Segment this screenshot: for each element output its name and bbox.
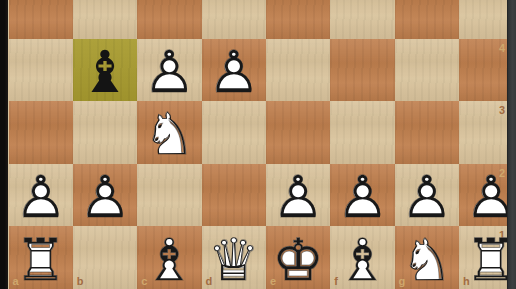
square-c2[interactable] [137,164,202,227]
square-e5[interactable] [266,0,331,39]
piece-black-bishop-b4[interactable]: ♝ [73,39,137,102]
piece-white-pawn-a2[interactable]: ♟♙ [9,164,73,227]
coord-rank-4: 4 [491,42,505,54]
white-queen-outline-icon: ♕ [208,230,260,288]
piece-white-knight-c3[interactable]: ♞♘ [137,101,201,164]
square-b3[interactable] [73,101,138,164]
white-knight-outline-icon: ♘ [401,230,453,288]
white-rook-outline-icon: ♖ [15,230,67,288]
black-bishop-icon: ♝ [79,43,131,101]
window-left-black-bar [0,0,8,289]
piece-white-pawn-d4[interactable]: ♟♙ [202,39,266,102]
square-a5[interactable] [9,0,74,39]
square-g4[interactable] [395,39,460,102]
chess-board[interactable]: abcdefgh54321♝♟♙♟♙♞♘♟♙♟♙♟♙♟♙♟♙♟♙♜♖♝♗♛♕♚♔… [0,0,516,289]
white-bishop-outline-icon: ♗ [336,230,388,288]
piece-white-king-e1[interactable]: ♚♔ [266,226,330,289]
square-f5[interactable] [330,0,395,39]
square-e4[interactable] [266,39,331,102]
square-d5[interactable] [202,0,267,39]
square-b5[interactable] [73,0,138,39]
coord-rank-3: 3 [491,104,505,116]
piece-white-pawn-e2[interactable]: ♟♙ [266,164,330,227]
square-g5[interactable] [395,0,460,39]
piece-white-knight-g1[interactable]: ♞♘ [395,226,459,289]
piece-white-queen-d1[interactable]: ♛♕ [202,226,266,289]
piece-white-pawn-g2[interactable]: ♟♙ [395,164,459,227]
white-king-outline-icon: ♔ [272,230,324,288]
window-right-gray-bar [507,0,516,289]
piece-white-pawn-c4[interactable]: ♟♙ [137,39,201,102]
white-pawn-outline-icon: ♙ [401,168,453,226]
square-a4[interactable] [9,39,74,102]
square-e3[interactable] [266,101,331,164]
white-pawn-outline-icon: ♙ [143,43,195,101]
square-a3[interactable] [9,101,74,164]
white-pawn-outline-icon: ♙ [208,43,260,101]
square-f4[interactable] [330,39,395,102]
chess-app-screenshot: abcdefgh54321♝♟♙♟♙♞♘♟♙♟♙♟♙♟♙♟♙♟♙♜♖♝♗♛♕♚♔… [0,0,516,289]
coord-file-b: b [77,275,84,287]
white-pawn-outline-icon: ♙ [79,168,131,226]
white-pawn-outline-icon: ♙ [272,168,324,226]
white-knight-outline-icon: ♘ [143,105,195,163]
white-pawn-outline-icon: ♙ [15,168,67,226]
square-c5[interactable] [137,0,202,39]
square-d3[interactable] [202,101,267,164]
piece-white-bishop-c1[interactable]: ♝♗ [137,226,201,289]
square-g3[interactable] [395,101,460,164]
piece-white-bishop-f1[interactable]: ♝♗ [330,226,394,289]
piece-white-pawn-b2[interactable]: ♟♙ [73,164,137,227]
piece-white-pawn-f2[interactable]: ♟♙ [330,164,394,227]
white-bishop-outline-icon: ♗ [143,230,195,288]
square-f3[interactable] [330,101,395,164]
square-d2[interactable] [202,164,267,227]
white-pawn-outline-icon: ♙ [336,168,388,226]
piece-white-rook-a1[interactable]: ♜♖ [9,226,73,289]
